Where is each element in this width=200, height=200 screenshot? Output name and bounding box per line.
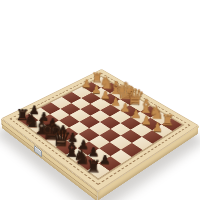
board-frame: ♜♞♝♚♛♝♞♜♟♟♟♟♟♟♟♟♟♟♟♟♟♟♟♟♜♞♝♚♛♝♞♜ xyxy=(1,69,199,192)
photo-scene: ♜♞♝♚♛♝♞♜♟♟♟♟♟♟♟♟♟♟♟♟♟♟♟♟♜♞♝♚♛♝♞♜ xyxy=(0,0,200,200)
square-c4 xyxy=(110,123,131,136)
piece-black-rook: ♜ xyxy=(5,107,40,123)
chess-board: ♜♞♝♚♛♝♞♜♟♟♟♟♟♟♟♟♟♟♟♟♟♟♟♟♜♞♝♚♛♝♞♜ xyxy=(1,69,199,192)
product-photo: ♜♞♝♚♛♝♞♜♟♟♟♟♟♟♟♟♟♟♟♟♟♟♟♟♜♞♝♚♛♝♞♜ xyxy=(0,0,200,200)
